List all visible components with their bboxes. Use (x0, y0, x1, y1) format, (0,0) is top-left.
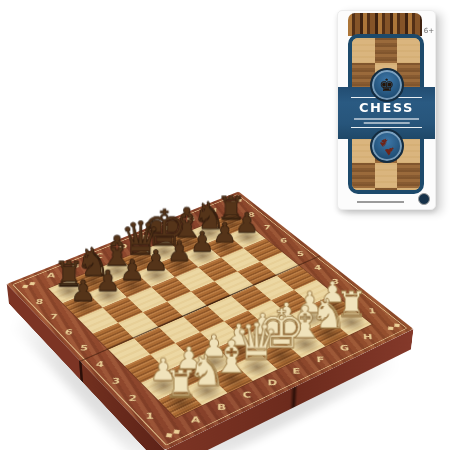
product-photo-stage: ♜♞♝♛♚♝♞♜♟♟♟♟♟♟♟♟♟♟♟♟♟♟♟♟♜♞♝♛♚♝♞♜ 8877665… (0, 0, 450, 450)
coord-file-E-far: E (142, 234, 149, 240)
coord-rank-7-right: 7 (264, 225, 271, 231)
inlay-diamond-icon (237, 199, 242, 202)
piece-black-pawn-a7: ♟ (43, 278, 123, 306)
box-checker-square (375, 188, 398, 194)
box-checker-square (352, 188, 375, 194)
inlay-diamond-icon (231, 201, 236, 204)
box-checker-square (397, 38, 420, 63)
box-top-wood-edge (348, 13, 422, 36)
box-title: CHESS (338, 101, 435, 114)
box-checker-square (375, 38, 398, 63)
pieces-badge-icon: ♞♟ (376, 135, 396, 157)
board-frame: ♜♞♝♛♚♝♞♜♟♟♟♟♟♟♟♟♟♟♟♟♟♟♟♟♜♞♝♛♚♝♞♜ 8877665… (7, 191, 414, 450)
box-checker-square (397, 188, 420, 194)
coord-rank-8-right: 8 (248, 212, 255, 218)
pieces-badge: ♞♟ (370, 129, 404, 163)
coord-file-C-far: C (95, 253, 103, 259)
tagline-bar (354, 118, 420, 120)
coord-file-F-far: F (165, 225, 172, 231)
age-label: 6+ (424, 28, 434, 35)
box-checker-square (375, 163, 398, 188)
coord-file-G-far: G (187, 216, 195, 222)
coord-rank-8-left: 8 (35, 298, 44, 305)
coord-file-H-far: H (209, 207, 217, 213)
coord-rank-5-right: 5 (297, 251, 305, 257)
band-divider-line (351, 127, 423, 128)
piece-white-rook-a1: ♜ (137, 367, 224, 403)
coord-rank-4-right: 4 (314, 264, 322, 270)
tagline-bar (363, 122, 410, 124)
chess-board: ♜♞♝♛♚♝♞♜♟♟♟♟♟♟♟♟♟♟♟♟♟♟♟♟♜♞♝♛♚♝♞♜ 8877665… (7, 191, 414, 450)
king-badge: ♚ (370, 68, 404, 102)
box-checker-square (397, 163, 420, 188)
footer-text-bar (357, 201, 404, 203)
publisher-logo-icon (418, 193, 430, 205)
coord-rank-6-right: 6 (280, 238, 288, 244)
coord-file-D-far: D (118, 243, 127, 249)
box-checker-square (352, 163, 375, 188)
box-checker-square (352, 38, 375, 63)
coord-file-A-far: A (47, 272, 56, 279)
king-badge-icon: ♚ (379, 77, 394, 94)
retail-box: 6+ CHESS ♚ ♞♟ (337, 10, 436, 210)
coord-file-B-far: B (71, 262, 80, 268)
